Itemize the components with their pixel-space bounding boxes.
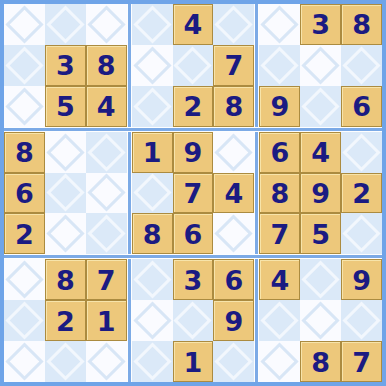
diamond-icon [342, 302, 380, 340]
cell-r5c3[interactable] [86, 173, 127, 214]
cell-r3c5: 2 [173, 86, 214, 127]
diamond-icon [5, 46, 43, 84]
cell-r6c5: 6 [173, 213, 214, 254]
diamond-icon [5, 261, 43, 299]
diamond-icon [215, 5, 253, 43]
cell-r5c6: 4 [213, 173, 254, 214]
cell-r4c6[interactable] [213, 132, 254, 173]
cell-r7c6: 6 [213, 259, 254, 300]
diamond-icon [5, 87, 43, 125]
cell-r9c3[interactable] [86, 341, 127, 382]
diamond-icon [342, 46, 380, 84]
cell-r6c8: 5 [300, 213, 341, 254]
cell-r4c3[interactable] [86, 132, 127, 173]
cell-r4c2[interactable] [45, 132, 86, 173]
cell-r3c6: 8 [213, 86, 254, 127]
cell-r2c4[interactable] [132, 45, 173, 86]
diamond-icon [46, 5, 84, 43]
diamond-icon [261, 46, 299, 84]
cell-r2c8[interactable] [300, 45, 341, 86]
cell-r7c8[interactable] [300, 259, 341, 300]
diamond-icon [87, 215, 125, 253]
cell-r9c4[interactable] [132, 341, 173, 382]
cell-r1c6[interactable] [213, 4, 254, 45]
cell-r5c4[interactable] [132, 173, 173, 214]
cell-r6c6[interactable] [213, 213, 254, 254]
cell-r6c1: 2 [4, 213, 45, 254]
diamond-icon [302, 46, 340, 84]
cell-r1c2[interactable] [45, 4, 86, 45]
diamond-icon [5, 302, 43, 340]
cell-r8c7[interactable] [259, 300, 300, 341]
cell-r9c5: 1 [173, 341, 214, 382]
cell-r1c1[interactable] [4, 4, 45, 45]
cell-r3c2: 5 [45, 86, 86, 127]
cell-r3c1[interactable] [4, 86, 45, 127]
diamond-icon [133, 46, 171, 84]
cell-r9c7[interactable] [259, 341, 300, 382]
diamond-icon [87, 133, 125, 171]
diamond-icon [87, 5, 125, 43]
diamond-icon [215, 342, 253, 380]
diamond-icon [174, 302, 212, 340]
diamond-icon [5, 5, 43, 43]
cell-r9c6[interactable] [213, 341, 254, 382]
cell-r2c9[interactable] [341, 45, 382, 86]
cell-r6c2[interactable] [45, 213, 86, 254]
diamond-icon [46, 174, 84, 212]
cell-r6c3[interactable] [86, 213, 127, 254]
cell-r8c9[interactable] [341, 300, 382, 341]
diamond-icon [302, 87, 340, 125]
cell-r8c6: 9 [213, 300, 254, 341]
cell-r8c1[interactable] [4, 300, 45, 341]
diamond-icon [46, 215, 84, 253]
cell-r5c2[interactable] [45, 173, 86, 214]
diamond-icon [261, 302, 299, 340]
cell-r8c2: 2 [45, 300, 86, 341]
cell-r7c4[interactable] [132, 259, 173, 300]
cell-r4c1: 8 [4, 132, 45, 173]
cell-r7c2: 8 [45, 259, 86, 300]
cell-r2c5[interactable] [173, 45, 214, 86]
diamond-icon [133, 5, 171, 43]
cell-r5c5: 7 [173, 173, 214, 214]
diamond-icon [302, 302, 340, 340]
cell-r7c7: 4 [259, 259, 300, 300]
cell-r4c8: 4 [300, 132, 341, 173]
diamond-icon [46, 133, 84, 171]
cell-r5c8: 9 [300, 173, 341, 214]
cell-r9c1[interactable] [4, 341, 45, 382]
diamond-icon [46, 342, 84, 380]
cell-r7c3: 7 [86, 259, 127, 300]
cell-r4c5: 9 [173, 132, 214, 173]
diamond-icon [215, 215, 253, 253]
cell-r6c9[interactable] [341, 213, 382, 254]
cell-r9c8: 8 [300, 341, 341, 382]
diamond-icon [87, 342, 125, 380]
cell-r8c5[interactable] [173, 300, 214, 341]
diamond-icon [342, 133, 380, 171]
cell-r2c3: 8 [86, 45, 127, 86]
diamond-icon [133, 261, 171, 299]
cell-r1c7[interactable] [259, 4, 300, 45]
diamond-icon [261, 342, 299, 380]
cell-r3c7: 9 [259, 86, 300, 127]
cell-r8c3: 1 [86, 300, 127, 341]
diamond-icon [342, 215, 380, 253]
cell-r3c4[interactable] [132, 86, 173, 127]
cell-r2c7[interactable] [259, 45, 300, 86]
cell-r3c9: 6 [341, 86, 382, 127]
diamond-icon [261, 5, 299, 43]
cell-r5c7: 8 [259, 173, 300, 214]
diamond-icon [5, 342, 43, 380]
diamond-icon [87, 174, 125, 212]
diamond-icon [133, 87, 171, 125]
cell-r6c7: 7 [259, 213, 300, 254]
cell-r7c1[interactable] [4, 259, 45, 300]
cell-r2c1[interactable] [4, 45, 45, 86]
cell-r3c3: 4 [86, 86, 127, 127]
cell-r9c9: 7 [341, 341, 382, 382]
diamond-icon [302, 261, 340, 299]
cell-r1c8: 3 [300, 4, 341, 45]
cell-r4c7: 6 [259, 132, 300, 173]
cell-r7c5: 3 [173, 259, 214, 300]
cell-r4c9[interactable] [341, 132, 382, 173]
cell-r3c8[interactable] [300, 86, 341, 127]
diamond-icon [133, 302, 171, 340]
cell-r1c4[interactable] [132, 4, 173, 45]
cell-r7c9: 9 [341, 259, 382, 300]
cell-r6c4: 8 [132, 213, 173, 254]
cell-r9c2[interactable] [45, 341, 86, 382]
diamond-icon [174, 46, 212, 84]
diamond-icon [215, 133, 253, 171]
diamond-icon [133, 174, 171, 212]
cell-r5c1: 6 [4, 173, 45, 214]
sudoku-board: 4383875428968196467489228675873649219187 [0, 0, 386, 386]
cell-r1c3[interactable] [86, 4, 127, 45]
cell-r2c2: 3 [45, 45, 86, 86]
cell-r8c8[interactable] [300, 300, 341, 341]
cell-r1c9: 8 [341, 4, 382, 45]
cell-r4c4: 1 [132, 132, 173, 173]
diamond-icon [133, 342, 171, 380]
cell-r2c6: 7 [213, 45, 254, 86]
cell-r5c9: 2 [341, 173, 382, 214]
cell-r8c4[interactable] [132, 300, 173, 341]
cell-r1c5: 4 [173, 4, 214, 45]
